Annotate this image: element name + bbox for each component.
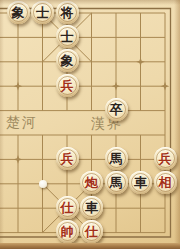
piece-black-soldier[interactable]: 卒	[105, 98, 128, 121]
piece-red-soldier[interactable]: 兵	[56, 74, 79, 97]
xiangqi-board: 楚河 漢界 象士将士象兵卒兵馬兵炮馬車相仕車帥仕	[0, 0, 180, 249]
board-edge-right	[174, 0, 180, 249]
piece-black-chariot[interactable]: 車	[80, 196, 103, 219]
move-marker-dot[interactable]	[39, 180, 47, 188]
river-label-chu: 楚河	[6, 114, 38, 132]
piece-black-advisor[interactable]: 士	[56, 25, 79, 48]
piece-red-advisor[interactable]: 仕	[56, 196, 79, 219]
board-edge-bottom	[0, 243, 180, 249]
piece-red-soldier[interactable]: 兵	[56, 147, 79, 170]
board-edge-left	[0, 0, 4, 249]
piece-red-general[interactable]: 帥	[56, 220, 79, 243]
piece-red-advisor[interactable]: 仕	[80, 220, 103, 243]
piece-black-horse[interactable]: 馬	[105, 171, 128, 194]
piece-black-horse[interactable]: 馬	[105, 147, 128, 170]
board-edge-top	[0, 0, 180, 5]
piece-black-elephant[interactable]: 象	[56, 49, 79, 72]
